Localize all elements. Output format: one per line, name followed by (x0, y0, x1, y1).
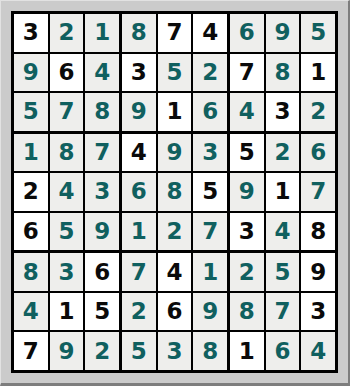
cell-r7c3-given[interactable]: 6 (85, 253, 119, 291)
cell-r6c8-filled[interactable]: 4 (266, 213, 300, 251)
cell-r4c2-filled[interactable]: 8 (50, 134, 84, 172)
cell-r7c7-filled[interactable]: 2 (230, 253, 264, 291)
cell-r9c1-given[interactable]: 7 (14, 332, 48, 370)
sudoku-box-9: 259873164 (230, 253, 335, 370)
cell-r3c1-filled[interactable]: 5 (14, 93, 48, 131)
cell-r8c7-filled[interactable]: 8 (230, 293, 264, 331)
sudoku-grid: 3219645788743529166957814321872436594936… (11, 11, 338, 373)
cell-r9c4-filled[interactable]: 5 (122, 332, 156, 370)
cell-r1c8-filled[interactable]: 9 (266, 14, 300, 52)
cell-r7c9-given[interactable]: 9 (301, 253, 335, 291)
cell-r6c6-filled[interactable]: 7 (193, 213, 227, 251)
cell-r9c3-filled[interactable]: 2 (85, 332, 119, 370)
cell-r4c8-filled[interactable]: 2 (266, 134, 300, 172)
cell-r6c2-filled[interactable]: 5 (50, 213, 84, 251)
cell-r3c6-filled[interactable]: 6 (193, 93, 227, 131)
sudoku-box-5: 493685127 (122, 134, 227, 251)
sudoku-box-7: 836415792 (14, 253, 119, 370)
cell-r2c6-filled[interactable]: 2 (193, 54, 227, 92)
cell-r5c7-filled[interactable]: 9 (230, 173, 264, 211)
cell-r4c9-filled[interactable]: 6 (301, 134, 335, 172)
cell-r2c3-filled[interactable]: 4 (85, 54, 119, 92)
cell-r7c6-filled[interactable]: 1 (193, 253, 227, 291)
cell-r2c9-given[interactable]: 1 (301, 54, 335, 92)
cell-r3c4-filled[interactable]: 9 (122, 93, 156, 131)
cell-r4c5-filled[interactable]: 9 (158, 134, 192, 172)
cell-r8c5-given[interactable]: 6 (158, 293, 192, 331)
cell-r5c9-filled[interactable]: 7 (301, 173, 335, 211)
cell-r1c2-filled[interactable]: 2 (50, 14, 84, 52)
cell-r3c3-filled[interactable]: 8 (85, 93, 119, 131)
cell-r9c9-filled[interactable]: 4 (301, 332, 335, 370)
cell-r3c5-given[interactable]: 1 (158, 93, 192, 131)
cell-r9c5-filled[interactable]: 3 (158, 332, 192, 370)
cell-r5c8-given[interactable]: 1 (266, 173, 300, 211)
cell-r5c3-filled[interactable]: 3 (85, 173, 119, 211)
cell-r3c7-filled[interactable]: 4 (230, 93, 264, 131)
cell-r4c1-filled[interactable]: 1 (14, 134, 48, 172)
cell-r3c8-given[interactable]: 3 (266, 93, 300, 131)
cell-r1c4-filled[interactable]: 8 (122, 14, 156, 52)
sudoku-box-3: 695781432 (230, 14, 335, 131)
cell-r8c3-given[interactable]: 5 (85, 293, 119, 331)
cell-r2c2-given[interactable]: 6 (50, 54, 84, 92)
cell-r4c4-given[interactable]: 4 (122, 134, 156, 172)
cell-r8c4-filled[interactable]: 2 (122, 293, 156, 331)
sudoku-box-2: 874352916 (122, 14, 227, 131)
cell-r8c8-filled[interactable]: 7 (266, 293, 300, 331)
sudoku-box-4: 187243659 (14, 134, 119, 251)
cell-r4c6-filled[interactable]: 3 (193, 134, 227, 172)
cell-r6c1-given[interactable]: 6 (14, 213, 48, 251)
cell-r3c2-filled[interactable]: 7 (50, 93, 84, 131)
cell-r6c4-filled[interactable]: 1 (122, 213, 156, 251)
cell-r4c7-given[interactable]: 5 (230, 134, 264, 172)
sudoku-box-1: 321964578 (14, 14, 119, 131)
cell-r2c4-given[interactable]: 3 (122, 54, 156, 92)
cell-r1c1-given[interactable]: 3 (14, 14, 48, 52)
cell-r4c3-filled[interactable]: 7 (85, 134, 119, 172)
cell-r7c5-given[interactable]: 4 (158, 253, 192, 291)
cell-r5c4-filled[interactable]: 6 (122, 173, 156, 211)
cell-r6c3-filled[interactable]: 9 (85, 213, 119, 251)
cell-r8c1-filled[interactable]: 4 (14, 293, 48, 331)
cell-r6c9-given[interactable]: 8 (301, 213, 335, 251)
cell-r7c2-filled[interactable]: 3 (50, 253, 84, 291)
cell-r2c8-filled[interactable]: 8 (266, 54, 300, 92)
sudoku-box-6: 526917348 (230, 134, 335, 251)
cell-r6c7-given[interactable]: 3 (230, 213, 264, 251)
sudoku-box-8: 741269538 (122, 253, 227, 370)
cell-r1c6-given[interactable]: 4 (193, 14, 227, 52)
cell-r1c3-filled[interactable]: 1 (85, 14, 119, 52)
cell-r1c7-filled[interactable]: 6 (230, 14, 264, 52)
cell-r3c9-filled[interactable]: 2 (301, 93, 335, 131)
cell-r7c8-filled[interactable]: 5 (266, 253, 300, 291)
cell-r7c4-filled[interactable]: 7 (122, 253, 156, 291)
cell-r9c7-given[interactable]: 1 (230, 332, 264, 370)
cell-r9c8-filled[interactable]: 6 (266, 332, 300, 370)
cell-r8c6-filled[interactable]: 9 (193, 293, 227, 331)
cell-r8c2-given[interactable]: 1 (50, 293, 84, 331)
cell-r2c5-filled[interactable]: 5 (158, 54, 192, 92)
sudoku-board-frame: 3219645788743529166957814321872436594936… (0, 0, 350, 386)
cell-r5c5-filled[interactable]: 8 (158, 173, 192, 211)
cell-r5c2-filled[interactable]: 4 (50, 173, 84, 211)
cell-r2c7-given[interactable]: 7 (230, 54, 264, 92)
cell-r7c1-filled[interactable]: 8 (14, 253, 48, 291)
cell-r1c9-filled[interactable]: 5 (301, 14, 335, 52)
cell-r5c1-given[interactable]: 2 (14, 173, 48, 211)
cell-r9c6-filled[interactable]: 8 (193, 332, 227, 370)
cell-r9c2-filled[interactable]: 9 (50, 332, 84, 370)
cell-r5c6-given[interactable]: 5 (193, 173, 227, 211)
cell-r1c5-given[interactable]: 7 (158, 14, 192, 52)
cell-r8c9-given[interactable]: 3 (301, 293, 335, 331)
cell-r2c1-filled[interactable]: 9 (14, 54, 48, 92)
cell-r6c5-filled[interactable]: 2 (158, 213, 192, 251)
